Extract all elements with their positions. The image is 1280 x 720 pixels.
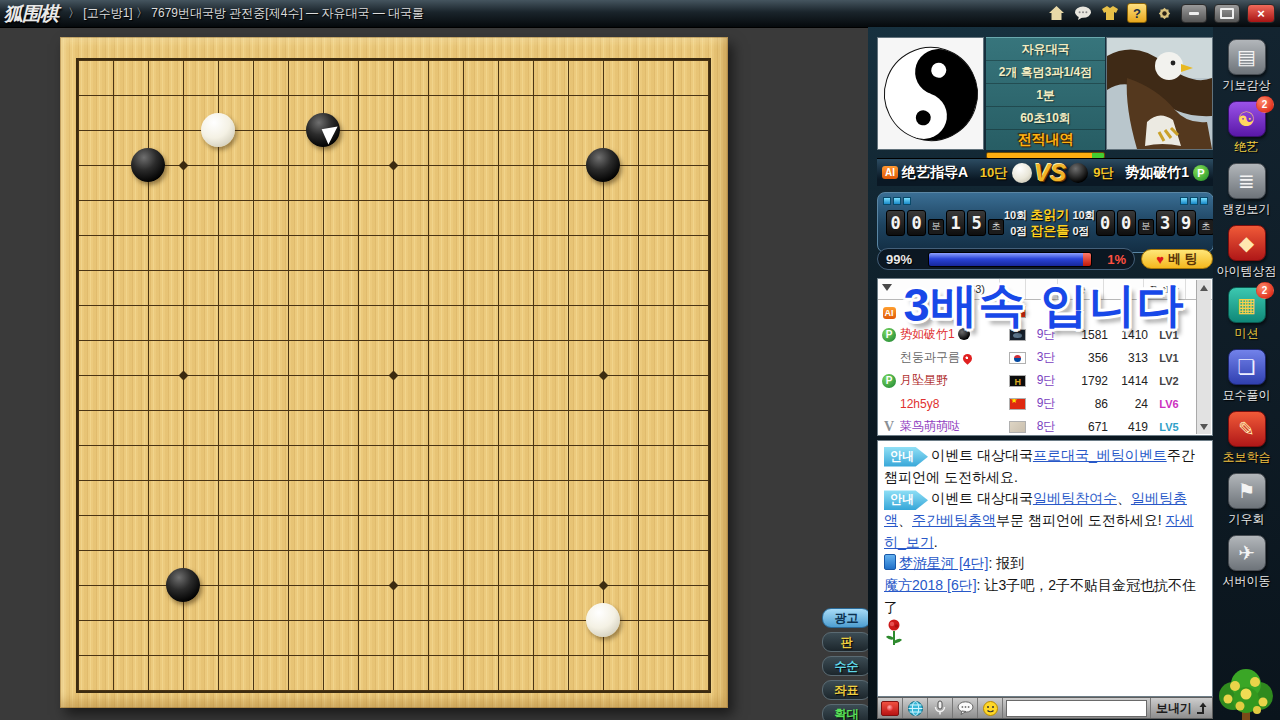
chat-input[interactable] — [1006, 700, 1147, 717]
minute-unit-label: 분 — [928, 219, 944, 235]
send-button-label: 보내기 — [1156, 700, 1192, 717]
notice-badge: 안내 — [884, 447, 928, 467]
breadcrumb: 〉 [고수방1] 〉 7679번대국방 관전중[제4수] — 자유대국 — 대국… — [68, 5, 424, 22]
player-flag — [1004, 375, 1030, 387]
chat-text: . — [934, 534, 938, 550]
tsumego-book-icon: ❏ — [1228, 349, 1266, 385]
location-pin-icon — [961, 352, 974, 365]
beginner-icon: ✎ — [1228, 411, 1266, 447]
rule-handicap-komi: 2개 흑덤3과1/4점 — [986, 61, 1105, 84]
mobile-phone-icon — [884, 554, 896, 570]
second-unit-label: 초 — [1198, 219, 1214, 235]
notification-badge: 2 — [1256, 282, 1274, 299]
player-name-text: 12h5y8 — [900, 397, 939, 411]
player-rank: 9단 — [1030, 395, 1062, 412]
beige-flag-icon — [1009, 421, 1026, 433]
send-arrow-icon — [1195, 702, 1207, 714]
close-button[interactable]: × — [1247, 4, 1275, 23]
app-logo: 狐围棋 — [4, 1, 58, 27]
speed-overlay-text: 3배속 입니다 — [870, 274, 1218, 337]
black-stone — [166, 568, 200, 602]
sidebar-item-label: 기우회 — [1229, 511, 1265, 528]
player-row[interactable]: V菜鸟萌萌哒8단671419LV5 — [878, 415, 1212, 436]
sidebar-item-label: 绝艺 — [1235, 139, 1259, 156]
sidebar-item-label: 랭킹보기 — [1223, 201, 1271, 218]
black-stone — [586, 148, 620, 182]
clock-digit: 0 — [907, 210, 926, 236]
last-move-marker — [306, 113, 340, 147]
vs-label: VS — [1034, 159, 1066, 187]
sidebar-item-label: 미션 — [1235, 325, 1259, 342]
betting-odds-bar: 99% 1% — [877, 248, 1135, 270]
board-button-3[interactable]: 수순 — [822, 656, 871, 676]
sidebar-item-server-move[interactable]: ✈서버이동 — [1223, 535, 1271, 590]
chat-link[interactable]: 프로대국_베팅이벤트 — [1033, 447, 1167, 463]
heart-icon: ♥ — [1156, 252, 1164, 267]
sidebar-item-item-shop[interactable]: ◆아이템상점 — [1217, 225, 1277, 280]
bet-ratio-track — [928, 252, 1092, 267]
board-button-1[interactable]: 광고 — [822, 608, 871, 628]
chat-message — [884, 619, 1206, 647]
chat-message: 안내이벤트 대상대국프로대국_베팅이벤트주간 챔피언에 도전하세요. — [884, 445, 1206, 488]
byoyomi-captures-info: 10회 초읽기 10회 0점 잡은돌 0점 — [1004, 207, 1096, 239]
chat-text: 이벤트 대상대국 — [931, 447, 1033, 463]
player-bet-level: LV1 — [1148, 352, 1190, 364]
player-name-text: 천둥과구름 — [900, 350, 960, 364]
player-bet-level: LV6 — [1148, 398, 1190, 410]
white-player-name: 势如破竹1 — [1125, 164, 1189, 182]
player-rank: 3단 — [1030, 349, 1062, 366]
sidebar-item-label: 묘수풀이 — [1223, 387, 1271, 404]
rule-main-time: 1분 — [986, 84, 1105, 107]
rose-icon — [884, 619, 904, 647]
game-rules-box: 자유대국 2개 흑덤3과1/4점 1분 60초10회 전적내역 — [986, 37, 1105, 150]
player-rank: 8단 — [1030, 418, 1062, 435]
bet-button[interactable]: ♥ 베 팅 — [1141, 249, 1213, 269]
bet-left-percent: 99% — [886, 252, 928, 267]
club-flag-icon: ⚑ — [1228, 473, 1266, 509]
black-player-avatar — [877, 37, 984, 150]
player-wins: 671 — [1062, 420, 1108, 434]
player-wins: 86 — [1062, 397, 1108, 411]
player-bet-level: LV5 — [1148, 421, 1190, 433]
title-bar: 狐围棋 〉 [고수방1] 〉 7679번대국방 관전중[제4수] — 자유대국 … — [0, 0, 1280, 28]
item-shop-icon: ◆ — [1228, 225, 1266, 261]
player-badge-v: V — [884, 419, 894, 434]
sidebar-item-mission-gold[interactable]: ▦2미션 — [1228, 287, 1266, 342]
chat-text: 부문 챔피언에 도전하세요! — [996, 512, 1166, 528]
chat-link[interactable]: 주간베팅총액 — [912, 512, 996, 528]
korea-flag-icon — [1009, 352, 1026, 364]
scroll-down-arrow[interactable] — [1197, 420, 1211, 434]
white-stone-icon — [1012, 163, 1032, 183]
player-flag — [1004, 398, 1030, 410]
sidebar-item-record-book[interactable]: ▤기보감상 — [1223, 39, 1271, 94]
player-badge: P — [878, 373, 900, 388]
chat-link[interactable]: 梦游星河 [4단] — [899, 555, 988, 571]
settings-gear-icon[interactable] — [1154, 3, 1174, 23]
clock-digit: 3 — [1156, 210, 1175, 236]
player-row[interactable]: 천둥과구름3단356313LV1 — [878, 346, 1212, 369]
chat-link[interactable]: 魔方2018 [6단] — [884, 577, 977, 593]
black-stone-icon — [1068, 163, 1088, 183]
board-button-2[interactable]: 판 — [822, 632, 871, 652]
chat-balloon-button[interactable] — [953, 698, 978, 718]
yinyang-avatar-image — [877, 37, 984, 150]
clock-digit: 9 — [1177, 210, 1196, 236]
go-board[interactable] — [60, 37, 728, 708]
board-button-5[interactable]: 확대 — [822, 704, 871, 720]
record-book-icon: ▤ — [1228, 39, 1266, 75]
right-player-rank: 9단 — [1093, 164, 1113, 182]
player-name: 천둥과구름 — [900, 349, 1004, 366]
chat-message: 안내이벤트 대상대국일베팅참여수、일베팅총액、주간베팅총액부문 챔피언에 도전하… — [884, 488, 1206, 553]
second-unit-label: 초 — [988, 219, 1004, 235]
language-globe-button[interactable] — [903, 698, 928, 718]
money-tree-icon[interactable] — [1213, 666, 1279, 720]
clock-digit: 0 — [1117, 210, 1136, 236]
player-row[interactable]: 12h5y89단8624LV6 — [878, 392, 1212, 415]
board-button-4[interactable]: 좌표 — [822, 680, 871, 700]
match-history-button[interactable]: 전적내역 — [986, 130, 1105, 150]
player-name: 月坠星野 — [900, 372, 1004, 389]
player-name-text: 月坠星野 — [900, 373, 948, 387]
clock-digit: 0 — [886, 210, 905, 236]
player-badge: V — [878, 419, 900, 435]
sidebar-item-tsumego-book[interactable]: ❏묘수풀이 — [1223, 349, 1271, 404]
voice-mic-button[interactable] — [928, 698, 953, 718]
bet-button-label: 베 팅 — [1168, 250, 1198, 268]
player-wins: 1792 — [1062, 374, 1108, 388]
send-button[interactable]: 보내기 — [1150, 698, 1212, 718]
shirt-icon[interactable] — [1100, 3, 1120, 23]
player-flag — [1004, 421, 1030, 433]
sidebar-menu: ▤기보감상☯2绝艺≣랭킹보기◆아이템상점▦2미션❏묘수풀이✎초보학습⚑기우회✈서… — [1213, 27, 1280, 720]
chat-log: 안내이벤트 대상대국프로대국_베팅이벤트주간 챔피언에 도전하세요.안내이벤트 … — [877, 440, 1213, 697]
left-player-rank: 10단 — [980, 164, 1007, 182]
player-bet-level: LV2 — [1148, 375, 1190, 387]
chat-text: 、 — [898, 512, 912, 528]
minute-unit-label: 분 — [1138, 219, 1154, 235]
sidebar-item-label: 초보학습 — [1223, 449, 1271, 466]
emoticon-smiley-button[interactable] — [978, 698, 1003, 718]
rule-byoyomi: 60초10회 — [986, 107, 1105, 130]
chat-bubble-icon[interactable] — [1073, 3, 1093, 23]
player-losses: 1414 — [1108, 374, 1148, 388]
gift-rose-button[interactable] — [878, 698, 903, 718]
sidebar-item-label: 서버이동 — [1223, 573, 1271, 590]
players-vs-row: AI 绝艺指导A 10단 VS 9단 势如破竹1 P — [877, 158, 1214, 186]
help-icon[interactable]: ? — [1127, 3, 1147, 23]
hgold-flag-icon — [1009, 375, 1026, 387]
white-stone — [586, 603, 620, 637]
player-name: 菜鸟萌萌哒 — [900, 418, 1004, 435]
match-info-panel: 자유대국 2개 흑덤3과1/4점 1분 60초10회 전적내역 AI 绝艺指导A… — [877, 36, 1214, 186]
white-clock: 00분39초 — [1096, 210, 1214, 236]
chat-text: : 报到 — [988, 555, 1024, 571]
chat-text: 、 — [1117, 490, 1131, 506]
ai-badge: AI — [882, 166, 898, 179]
clock-digit: 1 — [946, 210, 965, 236]
notice-badge: 안내 — [884, 490, 928, 510]
sidebar-item-club-flag[interactable]: ⚑기우회 — [1228, 473, 1266, 528]
player-name: 12h5y8 — [900, 397, 1004, 411]
minimize-button[interactable] — [1181, 4, 1207, 23]
maximize-button[interactable] — [1214, 4, 1240, 23]
clock-panel: 00분15초 10회 초읽기 10회 0점 잡은돌 0점 00분39초 — [877, 192, 1214, 253]
clock-digit: 5 — [967, 210, 986, 236]
p-badge: P — [1193, 165, 1209, 181]
player-wins: 356 — [1062, 351, 1108, 365]
sidebar-item-beginner[interactable]: ✎초보학습 — [1223, 411, 1271, 466]
player-flag — [1004, 352, 1030, 364]
white-stone — [201, 113, 235, 147]
player-row[interactable]: P月坠星野9단17921414LV2 — [878, 369, 1212, 392]
china-flag-icon — [1009, 398, 1026, 410]
notification-badge: 2 — [1256, 96, 1274, 113]
black-engine-name: 绝艺指导A — [902, 164, 968, 182]
chat-link[interactable]: 일베팅참여수 — [1033, 490, 1117, 506]
board-button-stack: 광고판수순좌표확대 — [822, 608, 871, 720]
chat-text: 이벤트 대상대국 — [931, 490, 1033, 506]
chat-message: 魔方2018 [6단]: 让3子吧，2子不贴目金冠也抗不住了 — [884, 575, 1206, 618]
bet-right-percent: 1% — [1092, 252, 1126, 267]
sidebar-item-ranking-list[interactable]: ≣랭킹보기 — [1223, 163, 1271, 218]
chat-toolbar: 보내기 — [877, 697, 1213, 719]
clock-digit: 0 — [1096, 210, 1115, 236]
home-icon[interactable] — [1046, 3, 1066, 23]
player-badge-p: P — [882, 374, 896, 388]
eagle-avatar-image — [1107, 38, 1212, 149]
ranking-list-icon: ≣ — [1228, 163, 1266, 199]
player-losses: 24 — [1108, 397, 1148, 411]
player-losses: 313 — [1108, 351, 1148, 365]
player-losses: 419 — [1108, 420, 1148, 434]
server-move-icon: ✈ — [1228, 535, 1266, 571]
player-name-text: 菜鸟萌萌哒 — [900, 419, 960, 433]
sidebar-item-label: 아이템상점 — [1217, 263, 1277, 280]
chat-message: 梦游星河 [4단]: 报到 — [884, 553, 1206, 575]
player-rank: 9단 — [1030, 372, 1062, 389]
sidebar-item-label: 기보감상 — [1223, 77, 1271, 94]
rule-game-type: 자유대국 — [986, 38, 1105, 61]
black-clock: 00분15초 — [886, 210, 1004, 236]
black-stone — [131, 148, 165, 182]
sidebar-item-ai-yinyang[interactable]: ☯2绝艺 — [1228, 101, 1266, 156]
black-stone — [306, 113, 340, 147]
white-player-avatar — [1106, 37, 1213, 150]
